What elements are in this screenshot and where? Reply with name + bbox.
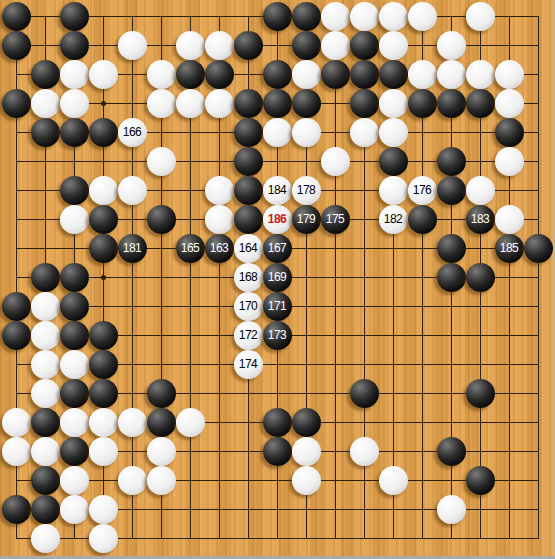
stone-white[interactable] — [495, 147, 524, 176]
stone-white[interactable]: 166 — [118, 118, 147, 147]
stone-black[interactable] — [60, 31, 89, 60]
stone-white[interactable] — [89, 408, 118, 437]
move-number-label: 168 — [239, 271, 258, 283]
stone-white[interactable]: 182 — [379, 205, 408, 234]
stone-black[interactable] — [263, 408, 292, 437]
stone-black[interactable] — [234, 89, 263, 118]
stone-white[interactable] — [89, 524, 118, 553]
stone-black[interactable] — [60, 379, 89, 408]
stone-black[interactable] — [147, 205, 176, 234]
stone-black[interactable] — [524, 234, 553, 263]
stone-white[interactable]: 176 — [408, 176, 437, 205]
stone-white[interactable] — [147, 89, 176, 118]
stone-white[interactable] — [205, 31, 234, 60]
stone-black[interactable]: 183 — [466, 205, 495, 234]
stone-black[interactable] — [234, 31, 263, 60]
move-number-label: 178 — [297, 184, 316, 196]
stone-white[interactable] — [321, 147, 350, 176]
stone-white[interactable] — [60, 350, 89, 379]
stone-black[interactable] — [263, 2, 292, 31]
stone-black[interactable] — [60, 176, 89, 205]
go-board: 1661841781761861791751821831811651631641… — [0, 0, 555, 557]
move-number-label: 173 — [268, 329, 287, 341]
stone-black[interactable] — [89, 321, 118, 350]
stone-black[interactable] — [466, 466, 495, 495]
stone-black[interactable] — [147, 379, 176, 408]
stone-black[interactable] — [31, 263, 60, 292]
move-number-label: 182 — [384, 213, 403, 225]
move-number-label: 179 — [297, 213, 316, 225]
stone-white[interactable] — [2, 437, 31, 466]
stone-black[interactable] — [31, 466, 60, 495]
move-number-label: 171 — [268, 300, 287, 312]
stone-black[interactable] — [2, 292, 31, 321]
stone-white[interactable] — [31, 379, 60, 408]
stone-white[interactable] — [379, 31, 408, 60]
move-number-label: 170 — [239, 300, 258, 312]
stone-black[interactable] — [292, 2, 321, 31]
stone-black[interactable] — [292, 89, 321, 118]
stone-black[interactable] — [437, 176, 466, 205]
stone-black[interactable] — [234, 176, 263, 205]
stone-black[interactable] — [176, 60, 205, 89]
stone-black[interactable] — [495, 118, 524, 147]
stone-black[interactable]: 171 — [263, 292, 292, 321]
stone-black[interactable] — [89, 118, 118, 147]
stone-black[interactable] — [263, 89, 292, 118]
stone-black[interactable] — [31, 408, 60, 437]
stone-white[interactable] — [176, 89, 205, 118]
stone-white[interactable] — [495, 60, 524, 89]
move-number-label: 172 — [239, 329, 258, 341]
move-number-label: 176 — [413, 184, 432, 196]
stone-black[interactable] — [408, 205, 437, 234]
stone-black[interactable] — [60, 2, 89, 31]
stone-black[interactable] — [31, 118, 60, 147]
stone-white[interactable] — [292, 118, 321, 147]
move-number-label: 175 — [326, 213, 345, 225]
stone-white[interactable] — [31, 321, 60, 350]
stone-black[interactable] — [437, 147, 466, 176]
stone-white[interactable] — [263, 118, 292, 147]
stone-white[interactable] — [176, 408, 205, 437]
stone-white[interactable] — [495, 205, 524, 234]
stone-white[interactable] — [118, 31, 147, 60]
move-number-label: 174 — [239, 358, 258, 370]
stone-black[interactable] — [60, 437, 89, 466]
stone-white[interactable]: 164 — [234, 234, 263, 263]
stone-white[interactable] — [292, 60, 321, 89]
stone-black[interactable] — [147, 408, 176, 437]
stone-white[interactable] — [60, 89, 89, 118]
stone-black[interactable] — [234, 147, 263, 176]
stone-black[interactable]: 173 — [263, 321, 292, 350]
grid-line-horizontal — [16, 480, 539, 481]
stone-white[interactable] — [379, 89, 408, 118]
stone-black[interactable] — [60, 321, 89, 350]
stone-black[interactable] — [89, 350, 118, 379]
stone-white[interactable] — [89, 176, 118, 205]
stone-black[interactable] — [263, 437, 292, 466]
stone-black[interactable] — [2, 2, 31, 31]
move-number-label: 184 — [268, 184, 287, 196]
stone-white[interactable]: 174 — [234, 350, 263, 379]
stone-white[interactable] — [89, 60, 118, 89]
stone-black[interactable] — [350, 60, 379, 89]
stone-black[interactable] — [2, 321, 31, 350]
stone-white[interactable] — [60, 205, 89, 234]
stone-white[interactable] — [31, 292, 60, 321]
stone-white[interactable] — [118, 176, 147, 205]
stone-white[interactable] — [408, 60, 437, 89]
stone-black[interactable] — [379, 147, 408, 176]
stone-white[interactable] — [147, 466, 176, 495]
grid-line-vertical — [335, 16, 336, 539]
stone-black[interactable] — [379, 60, 408, 89]
move-number-label: 163 — [210, 242, 229, 254]
stone-black[interactable]: 179 — [292, 205, 321, 234]
stone-black[interactable] — [466, 379, 495, 408]
stone-white[interactable] — [437, 31, 466, 60]
stone-black[interactable] — [350, 379, 379, 408]
move-number-label: 165 — [181, 242, 200, 254]
stone-black[interactable]: 181 — [118, 234, 147, 263]
stone-white[interactable] — [437, 495, 466, 524]
stone-white[interactable] — [60, 60, 89, 89]
stone-white[interactable] — [118, 466, 147, 495]
stone-black[interactable] — [466, 263, 495, 292]
stone-black[interactable] — [89, 379, 118, 408]
stone-white[interactable]: 172 — [234, 321, 263, 350]
stone-white[interactable] — [379, 176, 408, 205]
stone-white[interactable]: 170 — [234, 292, 263, 321]
stone-white[interactable] — [379, 2, 408, 31]
star-point — [101, 101, 106, 106]
stone-white[interactable] — [350, 437, 379, 466]
stone-black[interactable] — [31, 60, 60, 89]
stone-black[interactable] — [31, 495, 60, 524]
stone-white[interactable] — [118, 408, 147, 437]
stone-black[interactable] — [60, 292, 89, 321]
stone-black[interactable] — [292, 31, 321, 60]
stone-black[interactable] — [263, 60, 292, 89]
stone-black[interactable]: 169 — [263, 263, 292, 292]
move-number-label: 185 — [500, 242, 519, 254]
stone-white[interactable] — [292, 466, 321, 495]
stone-black[interactable] — [205, 60, 234, 89]
move-number-label: 169 — [268, 271, 287, 283]
stone-white[interactable] — [466, 2, 495, 31]
stone-black[interactable] — [408, 89, 437, 118]
stone-white[interactable] — [495, 89, 524, 118]
stone-white[interactable]: 178 — [292, 176, 321, 205]
stone-white[interactable] — [60, 466, 89, 495]
stone-white[interactable] — [176, 31, 205, 60]
stone-white[interactable] — [321, 2, 350, 31]
stone-white[interactable]: 168 — [234, 263, 263, 292]
stone-white[interactable] — [31, 437, 60, 466]
stone-black[interactable] — [437, 263, 466, 292]
stone-black[interactable] — [234, 118, 263, 147]
stone-white[interactable] — [350, 2, 379, 31]
stone-black[interactable] — [292, 408, 321, 437]
stone-white[interactable] — [31, 350, 60, 379]
stone-white[interactable] — [205, 205, 234, 234]
stone-white[interactable] — [2, 408, 31, 437]
stone-black[interactable]: 163 — [205, 234, 234, 263]
stone-white[interactable] — [205, 89, 234, 118]
move-number-label: 181 — [123, 242, 142, 254]
stone-white[interactable] — [147, 437, 176, 466]
stone-white[interactable] — [437, 60, 466, 89]
stone-white[interactable]: 186 — [263, 205, 292, 234]
stone-white[interactable] — [379, 118, 408, 147]
stone-black[interactable]: 175 — [321, 205, 350, 234]
stone-white[interactable] — [147, 60, 176, 89]
move-number-label: 167 — [268, 242, 287, 254]
move-number-label: 183 — [471, 213, 490, 225]
stone-white[interactable] — [31, 524, 60, 553]
stone-black[interactable] — [321, 60, 350, 89]
stone-black[interactable]: 185 — [495, 234, 524, 263]
stone-black[interactable] — [2, 31, 31, 60]
stone-white[interactable] — [350, 118, 379, 147]
stone-white[interactable] — [292, 437, 321, 466]
stone-black[interactable] — [2, 89, 31, 118]
stone-black[interactable] — [437, 234, 466, 263]
stone-white[interactable] — [321, 31, 350, 60]
stone-white[interactable] — [147, 147, 176, 176]
grid-line-vertical — [538, 16, 539, 539]
stone-black[interactable] — [350, 89, 379, 118]
stone-white[interactable] — [89, 437, 118, 466]
stone-white[interactable] — [60, 495, 89, 524]
stone-white[interactable]: 184 — [263, 176, 292, 205]
stone-white[interactable] — [31, 89, 60, 118]
stone-black[interactable]: 167 — [263, 234, 292, 263]
stone-white[interactable] — [408, 2, 437, 31]
stone-black[interactable] — [89, 234, 118, 263]
stone-black[interactable]: 165 — [176, 234, 205, 263]
stone-black[interactable] — [437, 437, 466, 466]
stone-white[interactable] — [466, 176, 495, 205]
screenshot-frame: 1661841781761861791751821831811651631641… — [0, 0, 555, 559]
move-number-label: 166 — [123, 126, 142, 138]
stone-black[interactable] — [2, 495, 31, 524]
stone-black[interactable] — [60, 263, 89, 292]
star-point — [101, 275, 106, 280]
stone-white[interactable] — [379, 466, 408, 495]
move-number-label: 186 — [268, 213, 287, 225]
stone-black[interactable] — [437, 89, 466, 118]
stone-white[interactable] — [466, 60, 495, 89]
stone-black[interactable] — [350, 31, 379, 60]
move-number-label: 164 — [239, 242, 258, 254]
stone-black[interactable] — [60, 118, 89, 147]
stone-white[interactable] — [60, 408, 89, 437]
stone-black[interactable] — [234, 205, 263, 234]
stone-white[interactable] — [205, 176, 234, 205]
stone-black[interactable] — [89, 205, 118, 234]
stone-black[interactable] — [466, 89, 495, 118]
stone-white[interactable] — [89, 495, 118, 524]
